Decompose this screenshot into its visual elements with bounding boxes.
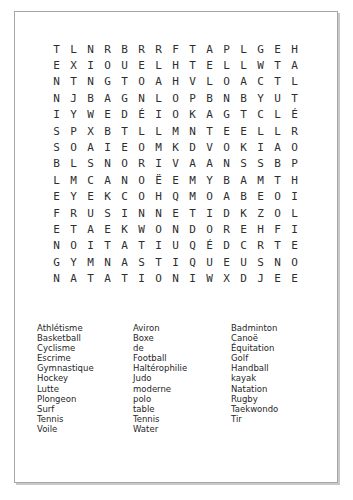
grid-cell-r11c4: S	[99, 205, 116, 221]
grid-cell-r14c11: E	[218, 254, 235, 270]
grid-cell-r10c6: O	[133, 189, 150, 205]
grid-cell-r4c5: G	[116, 90, 133, 106]
grid-cell-r3c12: A	[235, 74, 252, 90]
grid-cell-r5c8: O	[167, 107, 184, 123]
grid-cell-r12c12: E	[235, 221, 252, 237]
grid-cell-r13c5: A	[116, 238, 133, 254]
grid-cell-r7c11: O	[218, 139, 235, 155]
word-item: Handball	[231, 363, 331, 373]
word-item: Athlétisme	[37, 323, 133, 333]
grid-cell-r9c6: O	[133, 172, 150, 188]
grid-cell-r7c7: M	[150, 139, 167, 155]
grid-cell-r9c15: H	[286, 172, 303, 188]
grid-cell-r8c6: R	[133, 156, 150, 172]
grid-cell-r5c3: W	[82, 107, 99, 123]
grid-cell-r4c1: N	[48, 90, 65, 106]
grid-cell-r13c10: É	[201, 238, 218, 254]
grid-cell-r7c14: A	[269, 139, 286, 155]
grid-cell-r4c4: A	[99, 90, 116, 106]
grid-cell-r8c5: O	[116, 156, 133, 172]
word-item: Tennis	[133, 414, 231, 424]
grid-cell-r4c6: N	[133, 90, 150, 106]
worksheet-page: TLNRBRRFTAPLGEHEXIOUELHTELLWTANTNGTOAHVL…	[14, 11, 338, 483]
word-item: Canoë	[231, 333, 331, 343]
grid-cell-r1c12: L	[235, 41, 252, 57]
grid-cell-r1c15: H	[286, 41, 303, 57]
grid-cell-r9c9: M	[184, 172, 201, 188]
grid-cell-r5c14: L	[269, 107, 286, 123]
grid-cell-r7c8: K	[167, 139, 184, 155]
grid-cell-r13c9: Q	[184, 238, 201, 254]
grid-cell-r3c7: A	[150, 74, 167, 90]
grid-cell-r1c4: R	[99, 41, 116, 57]
grid-cell-r7c3: A	[82, 139, 99, 155]
grid-cell-r1c9: T	[184, 41, 201, 57]
word-item: Natation	[231, 384, 331, 394]
grid-cell-r5c2: Y	[65, 107, 82, 123]
grid-cell-r8c14: B	[269, 156, 286, 172]
grid-cell-r4c2: J	[65, 90, 82, 106]
grid-cell-r13c4: T	[99, 238, 116, 254]
grid-cell-r3c10: L	[201, 74, 218, 90]
word-item: Tennis	[37, 414, 133, 424]
grid-cell-r14c7: T	[150, 254, 167, 270]
grid-cell-r13c15: E	[286, 238, 303, 254]
word-item: de	[133, 343, 231, 353]
grid-cell-r10c14: O	[269, 189, 286, 205]
grid-cell-r9c2: M	[65, 172, 82, 188]
grid-cell-r11c10: I	[201, 205, 218, 221]
grid-cell-r10c15: I	[286, 189, 303, 205]
grid-cell-r7c4: I	[99, 139, 116, 155]
grid-cell-r15c9: I	[184, 270, 201, 286]
word-item: Haltérophilie	[133, 363, 231, 373]
grid-cell-r15c3: T	[82, 270, 99, 286]
word-item: Rugby	[231, 394, 331, 404]
grid-cell-r7c2: O	[65, 139, 82, 155]
grid-cell-r5c11: G	[218, 107, 235, 123]
grid-cell-r13c6: T	[133, 238, 150, 254]
grid-cell-r3c11: O	[218, 74, 235, 90]
grid-cell-r6c5: T	[116, 123, 133, 139]
grid-cell-r9c3: C	[82, 172, 99, 188]
grid-cell-r9c13: M	[252, 172, 269, 188]
grid-cell-r10c4: K	[99, 189, 116, 205]
grid-cell-r12c9: D	[184, 221, 201, 237]
grid-cell-r8c7: I	[150, 156, 167, 172]
grid-cell-r1c10: A	[201, 41, 218, 57]
grid-cell-r14c5: A	[116, 254, 133, 270]
grid-cell-r8c2: L	[65, 156, 82, 172]
grid-cell-r6c12: E	[235, 123, 252, 139]
grid-cell-r6c14: L	[269, 123, 286, 139]
grid-cell-r7c1: S	[48, 139, 65, 155]
grid-cell-r13c1: N	[48, 238, 65, 254]
grid-cell-r11c13: Z	[252, 205, 269, 221]
grid-cell-r15c15: E	[286, 270, 303, 286]
grid-cell-r4c13: Y	[252, 90, 269, 106]
grid-cell-r3c5: T	[116, 74, 133, 90]
grid-cell-r15c13: J	[252, 270, 269, 286]
grid-cell-r2c8: H	[167, 57, 184, 73]
word-search-grid: TLNRBRRFTAPLGEHEXIOUELHTELLWTANTNGTOAHVL…	[48, 41, 303, 287]
grid-cell-r3c3: N	[82, 74, 99, 90]
grid-cell-r7c9: D	[184, 139, 201, 155]
grid-cell-r11c12: K	[235, 205, 252, 221]
grid-cell-r5c13: C	[252, 107, 269, 123]
grid-cell-r15c8: N	[167, 270, 184, 286]
word-item: Voile	[37, 424, 133, 434]
grid-cell-r13c13: R	[252, 238, 269, 254]
grid-cell-r9c7: Ë	[150, 172, 167, 188]
grid-cell-r13c12: C	[235, 238, 252, 254]
grid-cell-r2c13: W	[252, 57, 269, 73]
grid-cell-r12c3: A	[82, 221, 99, 237]
word-item: polo	[133, 394, 231, 404]
grid-cell-r14c10: U	[201, 254, 218, 270]
grid-cell-r10c10: O	[201, 189, 218, 205]
word-item: Surf	[37, 404, 133, 414]
grid-cell-r11c9: T	[184, 205, 201, 221]
grid-cell-r6c1: S	[48, 123, 65, 139]
grid-cell-r15c11: X	[218, 270, 235, 286]
grid-cell-r9c10: Y	[201, 172, 218, 188]
grid-cell-r8c9: A	[184, 156, 201, 172]
grid-cell-r10c1: E	[48, 189, 65, 205]
grid-cell-r15c5: T	[116, 270, 133, 286]
word-list-column-3: BadmintonCanoëÉquitationGolfHandballkaya…	[231, 323, 331, 424]
grid-cell-r3c15: L	[286, 74, 303, 90]
grid-cell-r3c6: O	[133, 74, 150, 90]
grid-cell-r11c14: O	[269, 205, 286, 221]
grid-cell-r8c13: S	[252, 156, 269, 172]
word-item: Football	[133, 353, 231, 363]
grid-cell-r2c5: U	[116, 57, 133, 73]
grid-cell-r3c8: H	[167, 74, 184, 90]
grid-cell-r3c13: C	[252, 74, 269, 90]
grid-cell-r11c8: E	[167, 205, 184, 221]
word-item: Judo	[133, 373, 231, 383]
grid-cell-r5c10: A	[201, 107, 218, 123]
grid-cell-r9c11: B	[218, 172, 235, 188]
grid-cell-r5c15: É	[286, 107, 303, 123]
word-item: Équitation	[231, 343, 331, 353]
grid-cell-r14c12: U	[235, 254, 252, 270]
grid-cell-r13c2: O	[65, 238, 82, 254]
grid-cell-r8c3: S	[82, 156, 99, 172]
grid-cell-r7c10: V	[201, 139, 218, 155]
grid-cell-r11c11: D	[218, 205, 235, 221]
grid-cell-r11c6: N	[133, 205, 150, 221]
word-item: Taekwondo	[231, 404, 331, 414]
grid-cell-r10c12: B	[235, 189, 252, 205]
grid-cell-r4c14: U	[269, 90, 286, 106]
grid-cell-r8c11: N	[218, 156, 235, 172]
grid-cell-r5c1: I	[48, 107, 65, 123]
grid-cell-r5c7: I	[150, 107, 167, 123]
grid-cell-r5c12: T	[235, 107, 252, 123]
grid-cell-r5c5: D	[116, 107, 133, 123]
word-item: Cyclisme	[37, 343, 133, 353]
grid-cell-r1c6: R	[133, 41, 150, 57]
grid-cell-r1c3: N	[82, 41, 99, 57]
grid-cell-r14c3: M	[82, 254, 99, 270]
grid-cell-r1c1: T	[48, 41, 65, 57]
grid-cell-r9c8: E	[167, 172, 184, 188]
grid-cell-r8c15: P	[286, 156, 303, 172]
grid-cell-r10c3: E	[82, 189, 99, 205]
grid-cell-r9c14: T	[269, 172, 286, 188]
grid-cell-r12c4: E	[99, 221, 116, 237]
grid-cell-r12c13: H	[252, 221, 269, 237]
grid-cell-r6c7: L	[150, 123, 167, 139]
word-item: Badminton	[231, 323, 331, 333]
word-item: Basketball	[37, 333, 133, 343]
grid-cell-r2c14: T	[269, 57, 286, 73]
grid-cell-r13c14: T	[269, 238, 286, 254]
grid-cell-r13c3: I	[82, 238, 99, 254]
grid-cell-r1c11: P	[218, 41, 235, 57]
grid-cell-r14c1: G	[48, 254, 65, 270]
grid-cell-r3c9: V	[184, 74, 201, 90]
word-item: Golf	[231, 353, 331, 363]
grid-cell-r10c8: Q	[167, 189, 184, 205]
grid-cell-r8c1: B	[48, 156, 65, 172]
grid-cell-r1c7: R	[150, 41, 167, 57]
grid-cell-r6c4: B	[99, 123, 116, 139]
grid-cell-r12c8: N	[167, 221, 184, 237]
grid-cell-r8c10: A	[201, 156, 218, 172]
grid-cell-r1c14: E	[269, 41, 286, 57]
grid-cell-r2c9: T	[184, 57, 201, 73]
grid-cell-r12c2: T	[65, 221, 82, 237]
grid-cell-r15c14: E	[269, 270, 286, 286]
grid-cell-r9c12: A	[235, 172, 252, 188]
grid-cell-r14c14: N	[269, 254, 286, 270]
grid-cell-r3c4: G	[99, 74, 116, 90]
grid-cell-r1c2: L	[65, 41, 82, 57]
grid-cell-r8c4: N	[99, 156, 116, 172]
grid-cell-r4c8: O	[167, 90, 184, 106]
grid-cell-r7c12: K	[235, 139, 252, 155]
grid-cell-r10c5: C	[116, 189, 133, 205]
grid-cell-r2c3: I	[82, 57, 99, 73]
word-item: Hockey	[37, 373, 133, 383]
grid-cell-r3c2: T	[65, 74, 82, 90]
grid-cell-r12c1: E	[48, 221, 65, 237]
grid-cell-r5c9: K	[184, 107, 201, 123]
grid-cell-r6c11: E	[218, 123, 235, 139]
word-list-column-2: AvironBoxedeFootballHaltérophilieJudomod…	[133, 323, 231, 434]
grid-cell-r2c1: E	[48, 57, 65, 73]
grid-cell-r3c1: N	[48, 74, 65, 90]
grid-cell-r1c13: G	[252, 41, 269, 57]
grid-cell-r12c10: O	[201, 221, 218, 237]
grid-cell-r6c10: T	[201, 123, 218, 139]
grid-cell-r7c13: I	[252, 139, 269, 155]
word-item: Gymnastique	[37, 363, 133, 373]
grid-cell-r12c15: I	[286, 221, 303, 237]
grid-cell-r15c2: A	[65, 270, 82, 286]
grid-cell-r14c8: I	[167, 254, 184, 270]
grid-cell-r4c10: B	[201, 90, 218, 106]
grid-cell-r15c7: O	[150, 270, 167, 286]
grid-cell-r6c3: X	[82, 123, 99, 139]
grid-cell-r15c1: N	[48, 270, 65, 286]
grid-cell-r8c8: V	[167, 156, 184, 172]
grid-cell-r11c5: I	[116, 205, 133, 221]
grid-cell-r8c12: S	[235, 156, 252, 172]
grid-cell-r4c11: N	[218, 90, 235, 106]
grid-cell-r14c2: Y	[65, 254, 82, 270]
grid-cell-r4c9: P	[184, 90, 201, 106]
grid-cell-r6c2: P	[65, 123, 82, 139]
grid-cell-r12c14: F	[269, 221, 286, 237]
grid-cell-r4c12: B	[235, 90, 252, 106]
word-item: Plongeon	[37, 394, 133, 404]
grid-cell-r14c15: O	[286, 254, 303, 270]
grid-cell-r10c9: M	[184, 189, 201, 205]
grid-cell-r15c10: W	[201, 270, 218, 286]
grid-cell-r11c2: R	[65, 205, 82, 221]
grid-cell-r3c14: T	[269, 74, 286, 90]
grid-cell-r15c12: D	[235, 270, 252, 286]
grid-cell-r13c11: D	[218, 238, 235, 254]
grid-cell-r12c6: W	[133, 221, 150, 237]
grid-cell-r5c4: E	[99, 107, 116, 123]
grid-cell-r11c1: F	[48, 205, 65, 221]
grid-cell-r12c11: R	[218, 221, 235, 237]
grid-cell-r6c6: L	[133, 123, 150, 139]
grid-cell-r12c5: K	[116, 221, 133, 237]
grid-cell-r2c10: E	[201, 57, 218, 73]
grid-cell-r14c4: N	[99, 254, 116, 270]
word-list: AthlétismeBasketballCyclismeEscrimeGymna…	[37, 323, 331, 434]
word-item: Escrime	[37, 353, 133, 363]
grid-cell-r10c11: A	[218, 189, 235, 205]
grid-cell-r10c2: Y	[65, 189, 82, 205]
grid-cell-r6c8: M	[167, 123, 184, 139]
word-item: Boxe	[133, 333, 231, 343]
grid-cell-r9c4: A	[99, 172, 116, 188]
grid-cell-r10c13: E	[252, 189, 269, 205]
grid-cell-r6c9: N	[184, 123, 201, 139]
grid-cell-r7c5: E	[116, 139, 133, 155]
word-item: kayak	[231, 373, 331, 383]
grid-cell-r15c6: I	[133, 270, 150, 286]
grid-cell-r15c4: A	[99, 270, 116, 286]
grid-cell-r2c15: A	[286, 57, 303, 73]
grid-cell-r9c1: L	[48, 172, 65, 188]
grid-cell-r4c7: L	[150, 90, 167, 106]
word-item: Tir	[231, 414, 331, 424]
word-list-column-1: AthlétismeBasketballCyclismeEscrimeGymna…	[37, 323, 133, 434]
grid-cell-r7c6: O	[133, 139, 150, 155]
grid-cell-r14c6: S	[133, 254, 150, 270]
word-item: Aviron	[133, 323, 231, 333]
grid-cell-r13c7: I	[150, 238, 167, 254]
grid-cell-r6c13: L	[252, 123, 269, 139]
grid-cell-r2c2: X	[65, 57, 82, 73]
grid-cell-r2c4: O	[99, 57, 116, 73]
word-item: Lutte	[37, 384, 133, 394]
grid-cell-r11c15: L	[286, 205, 303, 221]
grid-cell-r9c5: N	[116, 172, 133, 188]
word-item: table	[133, 404, 231, 414]
grid-cell-r2c11: L	[218, 57, 235, 73]
grid-cell-r11c3: U	[82, 205, 99, 221]
grid-cell-r2c7: L	[150, 57, 167, 73]
grid-cell-r1c5: B	[116, 41, 133, 57]
grid-cell-r12c7: O	[150, 221, 167, 237]
word-item: Water	[133, 424, 231, 434]
grid-cell-r5c6: É	[133, 107, 150, 123]
grid-cell-r7c15: O	[286, 139, 303, 155]
word-item: moderne	[133, 384, 231, 394]
grid-cell-r10c7: H	[150, 189, 167, 205]
grid-cell-r2c6: E	[133, 57, 150, 73]
grid-cell-r11c7: N	[150, 205, 167, 221]
grid-cell-r2c12: L	[235, 57, 252, 73]
grid-cell-r13c8: U	[167, 238, 184, 254]
grid-cell-r4c15: T	[286, 90, 303, 106]
grid-cell-r1c8: F	[167, 41, 184, 57]
grid-cell-r4c3: B	[82, 90, 99, 106]
grid-cell-r14c9: Q	[184, 254, 201, 270]
grid-cell-r14c13: S	[252, 254, 269, 270]
grid-cell-r6c15: R	[286, 123, 303, 139]
